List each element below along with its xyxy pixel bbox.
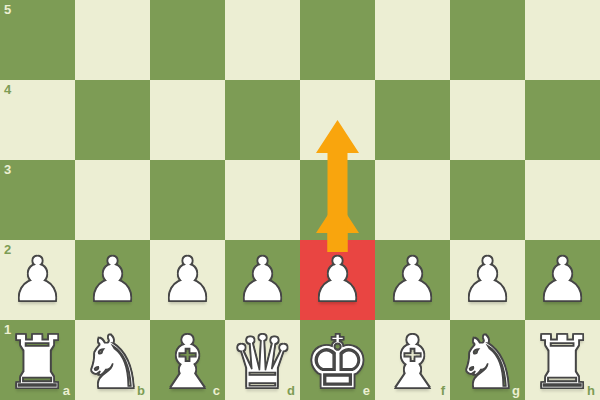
square-e3[interactable]	[300, 160, 375, 240]
piece-white-pawn[interactable]: ♟	[160, 249, 216, 311]
square-f3[interactable]	[375, 160, 450, 240]
piece-white-queen[interactable]: ♛	[229, 325, 295, 399]
square-e5[interactable]	[300, 0, 375, 80]
square-e1[interactable]: e♚	[300, 320, 375, 400]
square-g1[interactable]: g♞	[450, 320, 525, 400]
square-g5[interactable]	[450, 0, 525, 80]
square-a5[interactable]: 5	[0, 0, 75, 80]
rank-label-3: 3	[4, 163, 11, 176]
square-f5[interactable]	[375, 0, 450, 80]
piece-white-pawn[interactable]: ♟	[535, 249, 591, 311]
piece-white-rook[interactable]: ♜	[529, 325, 595, 399]
square-a2[interactable]: 2♟	[0, 240, 75, 320]
piece-white-bishop[interactable]: ♝	[379, 325, 445, 399]
square-d4[interactable]	[225, 80, 300, 160]
piece-white-knight[interactable]: ♞	[79, 325, 145, 399]
square-c1[interactable]: c♝	[150, 320, 225, 400]
piece-white-knight[interactable]: ♞	[454, 325, 520, 399]
square-c4[interactable]	[150, 80, 225, 160]
square-c2[interactable]: ♟	[150, 240, 225, 320]
square-e4[interactable]	[300, 80, 375, 160]
square-a1[interactable]: 1a♜	[0, 320, 75, 400]
chess-board-screen: 5432♟♟♟♟♟♟♟♟1a♜b♞c♝d♛e♚f♝g♞h♜	[0, 0, 600, 400]
square-h4[interactable]	[525, 80, 600, 160]
square-e2[interactable]: ♟	[300, 240, 375, 320]
piece-white-pawn[interactable]: ♟	[85, 249, 141, 311]
square-a4[interactable]: 4	[0, 80, 75, 160]
square-c5[interactable]	[150, 0, 225, 80]
piece-white-rook[interactable]: ♜	[4, 325, 70, 399]
square-b5[interactable]	[75, 0, 150, 80]
square-b2[interactable]: ♟	[75, 240, 150, 320]
piece-white-pawn[interactable]: ♟	[235, 249, 291, 311]
square-b3[interactable]	[75, 160, 150, 240]
rank-label-4: 4	[4, 83, 11, 96]
square-d2[interactable]: ♟	[225, 240, 300, 320]
square-f4[interactable]	[375, 80, 450, 160]
square-d1[interactable]: d♛	[225, 320, 300, 400]
square-g3[interactable]	[450, 160, 525, 240]
square-g2[interactable]: ♟	[450, 240, 525, 320]
square-f2[interactable]: ♟	[375, 240, 450, 320]
square-h5[interactable]	[525, 0, 600, 80]
piece-white-pawn[interactable]: ♟	[460, 249, 516, 311]
square-h1[interactable]: h♜	[525, 320, 600, 400]
piece-white-pawn[interactable]: ♟	[385, 249, 441, 311]
square-c3[interactable]	[150, 160, 225, 240]
square-d3[interactable]	[225, 160, 300, 240]
piece-white-pawn[interactable]: ♟	[10, 249, 66, 311]
piece-white-king[interactable]: ♚	[304, 325, 370, 399]
piece-white-bishop[interactable]: ♝	[154, 325, 220, 399]
square-d5[interactable]	[225, 0, 300, 80]
rank-label-5: 5	[4, 3, 11, 16]
square-g4[interactable]	[450, 80, 525, 160]
square-h2[interactable]: ♟	[525, 240, 600, 320]
square-a3[interactable]: 3	[0, 160, 75, 240]
piece-white-pawn[interactable]: ♟	[310, 249, 366, 311]
square-b4[interactable]	[75, 80, 150, 160]
square-f1[interactable]: f♝	[375, 320, 450, 400]
square-h3[interactable]	[525, 160, 600, 240]
square-b1[interactable]: b♞	[75, 320, 150, 400]
chess-board: 5432♟♟♟♟♟♟♟♟1a♜b♞c♝d♛e♚f♝g♞h♜	[0, 0, 600, 400]
